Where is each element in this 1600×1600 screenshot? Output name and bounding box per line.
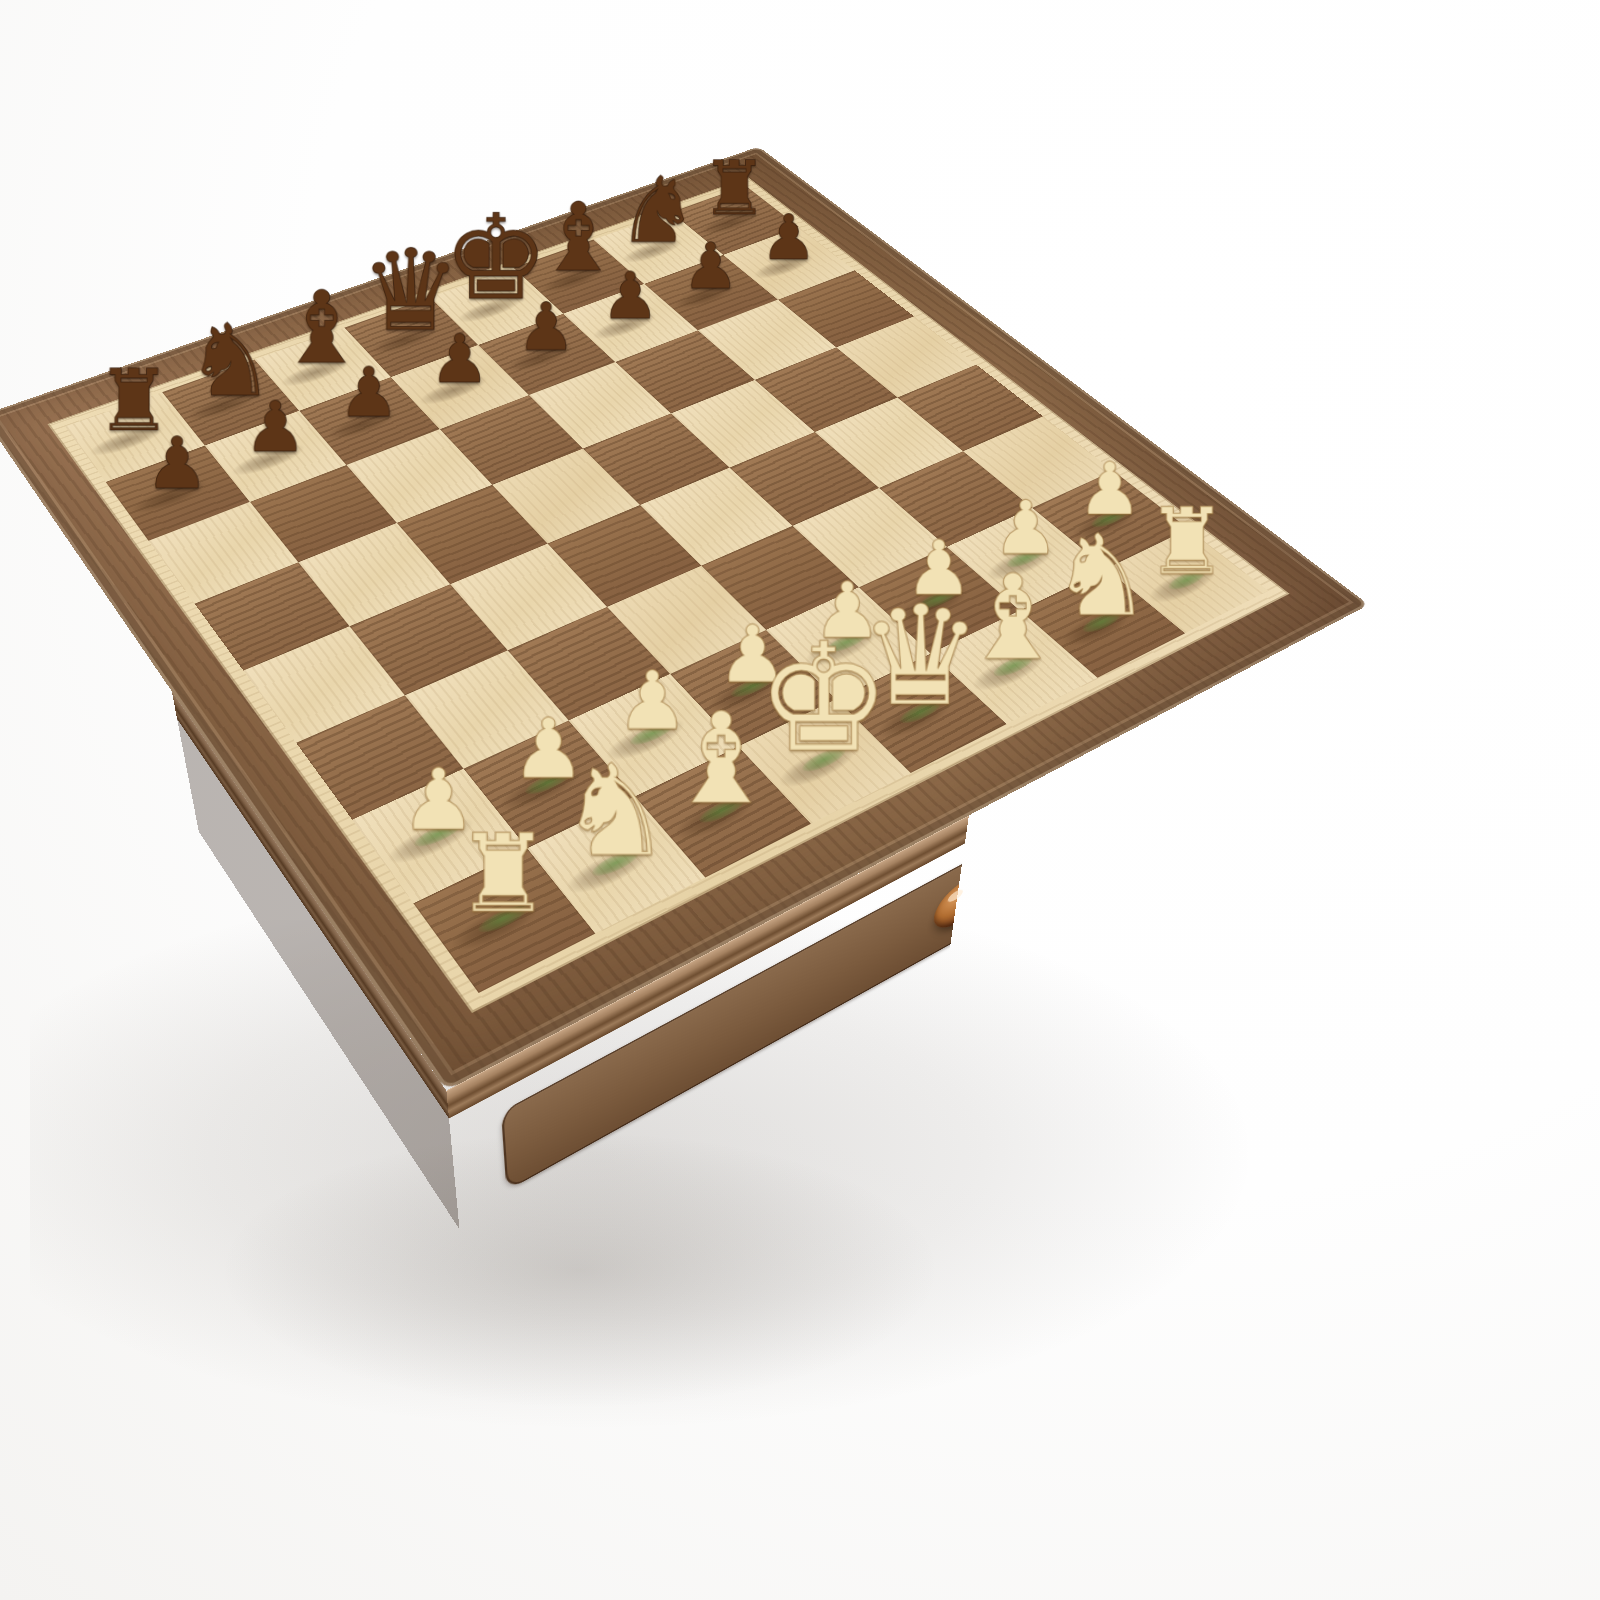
piece-black-pawn-g7[interactable]: ♟ xyxy=(682,237,739,296)
floor-shadow-near xyxy=(190,1120,970,1420)
piece-black-pawn-b7[interactable]: ♟ xyxy=(244,395,307,459)
square-f5[interactable] xyxy=(670,380,814,468)
piece-white-knight-g1[interactable]: ♞ xyxy=(1051,524,1152,628)
chess-box-assembly: ♜♞♝♛♚♝♞♜♟♟♟♟♟♟♟♟♟♟♟♟♟♟♟♟♜♞♝♚♛♝♞♜ xyxy=(0,147,1369,1091)
piece-black-pawn-d7[interactable]: ♟ xyxy=(429,328,489,390)
piece-black-pawn-e7[interactable]: ♟ xyxy=(517,296,576,357)
piece-black-pawn-c7[interactable]: ♟ xyxy=(338,360,400,423)
piece-white-bishop-c1[interactable]: ♝ xyxy=(666,701,779,817)
drawer-knob[interactable] xyxy=(932,865,994,938)
square-b5[interactable] xyxy=(298,523,451,627)
piece-black-pawn-f7[interactable]: ♟ xyxy=(601,266,659,326)
piece-white-rook-h1[interactable]: ♜ xyxy=(1146,501,1228,585)
piece-white-rook-a1[interactable]: ♜ xyxy=(455,825,552,924)
piece-black-pawn-h7[interactable]: ♟ xyxy=(760,208,816,266)
piece-white-knight-b1[interactable]: ♞ xyxy=(559,753,672,869)
piece-black-pawn-a7[interactable]: ♟ xyxy=(145,430,209,496)
product-photo-scene: ♜♞♝♛♚♝♞♜♟♟♟♟♟♟♟♟♟♟♟♟♟♟♟♟♜♞♝♚♛♝♞♜ xyxy=(0,0,1600,1600)
piece-black-rook-h8[interactable]: ♜ xyxy=(701,155,768,223)
walnut-frame: ♜♞♝♛♚♝♞♜♟♟♟♟♟♟♟♟♟♟♟♟♟♟♟♟♜♞♝♚♛♝♞♜ xyxy=(0,147,1369,1091)
